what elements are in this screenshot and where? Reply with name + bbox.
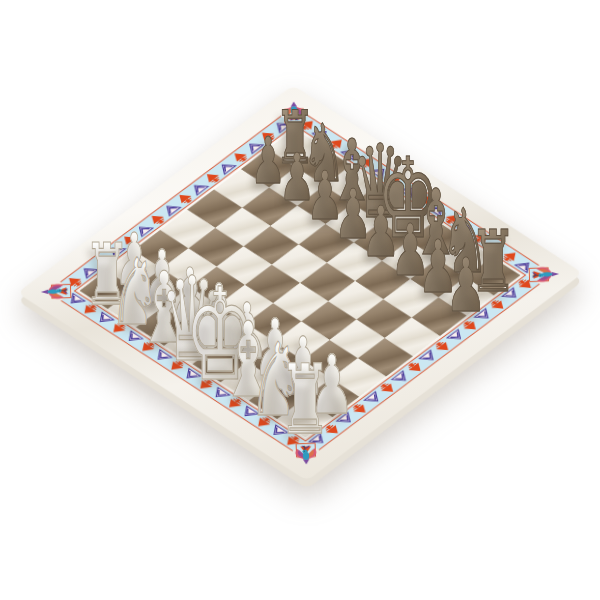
pieces-layer: ♜♞♝♛♚♝♞♜♟♟♟♟♟♟♟♟♟♟♟♟♟♟♟♟♜♞♝♛♚♝♞♜: [0, 0, 600, 600]
piece-white-rook[interactable]: ♜: [278, 352, 332, 448]
marble-chess-set-photo: ♜♞♝♛♚♝♞♜♟♟♟♟♟♟♟♟♟♟♟♟♟♟♟♟♜♞♝♛♚♝♞♜: [0, 0, 600, 600]
piece-gray-pawn[interactable]: ♟: [445, 249, 486, 323]
